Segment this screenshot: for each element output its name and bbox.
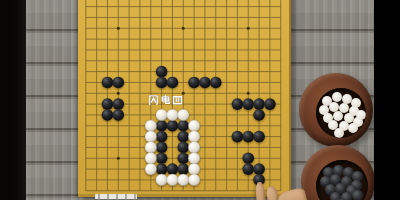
white-stone: [188, 131, 200, 143]
letterbox-bar-right: [374, 0, 400, 200]
black-stone: [156, 142, 168, 154]
black-stone: [242, 98, 254, 110]
black-stone: [102, 98, 114, 110]
caption-char-dian: [160, 94, 171, 106]
white-stone: [145, 131, 157, 143]
black-stone: [232, 131, 244, 143]
black-stone: [253, 109, 265, 121]
white-stone-in-bowl: [348, 123, 358, 133]
black-stone: [156, 77, 168, 89]
white-stones-pile: [316, 88, 366, 138]
black-stone: [156, 66, 168, 78]
go-board-grid: [78, 0, 289, 194]
caption-char-si: [172, 94, 183, 106]
white-stone: [145, 152, 157, 164]
white-stone: [177, 174, 189, 186]
black-stones-pile: [316, 160, 368, 200]
black-stone: [210, 77, 222, 89]
white-stone: [145, 142, 157, 154]
black-stone: [177, 152, 189, 164]
white-stones-bowl: [299, 73, 373, 147]
white-stone: [188, 174, 200, 186]
white-stone: [188, 163, 200, 175]
black-stone: [167, 120, 179, 132]
black-stone: [167, 163, 179, 175]
letterbox-bar-left: [0, 0, 26, 200]
black-stone: [232, 98, 244, 110]
black-stone: [102, 109, 114, 121]
video-frame: 闪电四: [0, 0, 400, 200]
white-stone-in-bowl: [332, 92, 342, 102]
black-stone: [156, 163, 168, 175]
black-stone: [156, 120, 168, 132]
black-stone: [253, 131, 265, 143]
white-stone: [145, 163, 157, 175]
black-stone: [167, 77, 179, 89]
black-stone: [242, 152, 254, 164]
white-stone: [188, 142, 200, 154]
black-stone: [112, 77, 124, 89]
white-stone: [188, 120, 200, 132]
black-stone: [177, 163, 189, 175]
black-stone: [253, 163, 265, 175]
black-stone: [177, 142, 189, 154]
black-stone: [199, 77, 211, 89]
black-stone: [156, 152, 168, 164]
black-stone: [264, 98, 276, 110]
white-stone: [177, 109, 189, 121]
white-stone: [145, 120, 157, 132]
black-stone-in-bowl: [336, 199, 347, 200]
black-stone: [242, 131, 254, 143]
white-stone-in-bowl: [334, 128, 344, 138]
caption-char-shan: [148, 94, 159, 106]
black-stone: [112, 98, 124, 110]
black-stone: [156, 131, 168, 143]
black-stone: [188, 77, 200, 89]
black-stone-in-bowl: [352, 190, 363, 200]
white-stone: [156, 109, 168, 121]
go-board: [78, 0, 291, 197]
white-stone: [156, 174, 168, 186]
black-stone: [112, 109, 124, 121]
white-stone: [167, 174, 179, 186]
black-stone: [102, 77, 114, 89]
white-stone: [167, 109, 179, 121]
black-stone: [177, 120, 189, 132]
white-stone: [188, 152, 200, 164]
black-stone: [177, 131, 189, 143]
black-stone: [253, 98, 265, 110]
black-stone: [242, 163, 254, 175]
caption-overlay: 闪电四: [148, 94, 183, 106]
board-label-sticker: [95, 194, 137, 199]
